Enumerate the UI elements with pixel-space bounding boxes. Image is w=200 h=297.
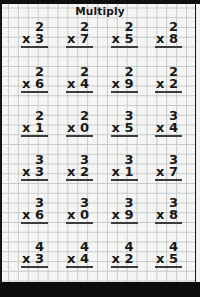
multiply-sign: x: [156, 78, 164, 90]
problem: 4x2: [111, 241, 138, 268]
multiplier: 0: [80, 209, 89, 221]
multiply-sign: x: [112, 122, 120, 134]
multiply-sign: x: [156, 209, 164, 221]
problem: 2x9: [111, 66, 138, 93]
multiply-sign: x: [22, 166, 30, 178]
multiplier: 1: [35, 122, 44, 134]
multiply-sign: x: [67, 209, 75, 221]
multiplier: 5: [124, 33, 133, 45]
multiply-sign: x: [22, 209, 30, 221]
multiplier: 1: [124, 166, 133, 178]
multiplier: 5: [124, 122, 133, 134]
multiply-sign: x: [156, 33, 164, 45]
problem: 4x4: [66, 241, 93, 268]
problem: 2x6: [21, 66, 48, 93]
multiplier: 8: [169, 209, 178, 221]
right-margin-strip: [196, 4, 200, 282]
multiply-sign: x: [156, 122, 164, 134]
multiply-sign: x: [112, 78, 120, 90]
problem: 3x5: [111, 110, 138, 137]
multiply-sign: x: [22, 122, 30, 134]
problem: 2x3: [21, 21, 48, 48]
scan-border-bottom: [0, 282, 200, 297]
page-title: Multiply: [2, 5, 198, 17]
multiply-sign: x: [22, 33, 30, 45]
multiplier: 8: [169, 33, 178, 45]
scan-border-top: [0, 0, 200, 4]
multiplier: 4: [169, 122, 178, 134]
problem: 2x8: [155, 21, 182, 48]
worksheet-page: Multiply 2x32x72x52x82x62x42x92x22x12x03…: [0, 0, 200, 297]
multiply-sign: x: [156, 166, 164, 178]
problem: 3x6: [21, 197, 48, 224]
problem: 4x3: [21, 241, 48, 268]
multiplier: 6: [35, 78, 44, 90]
multiplier: 7: [80, 33, 89, 45]
problem: 3x1: [111, 154, 138, 181]
multiplier: 3: [35, 33, 44, 45]
problem: 3x0: [66, 197, 93, 224]
multiply-sign: x: [67, 253, 75, 265]
multiplier: 5: [169, 253, 178, 265]
problem: 4x5: [155, 241, 182, 268]
multiplier: 3: [35, 253, 44, 265]
problem: 3x4: [155, 110, 182, 137]
problem: 3x3: [21, 154, 48, 181]
multiplier: 4: [80, 78, 89, 90]
problem: 3x8: [155, 197, 182, 224]
problem: 3x7: [155, 154, 182, 181]
multiplier: 3: [35, 166, 44, 178]
multiplier: 6: [35, 209, 44, 221]
multiplier: 0: [80, 122, 89, 134]
multiplier: 2: [80, 166, 89, 178]
multiply-sign: x: [156, 253, 164, 265]
multiplier: 9: [124, 209, 133, 221]
problem: 2x7: [66, 21, 93, 48]
problem: 2x1: [21, 110, 48, 137]
multiply-sign: x: [112, 166, 120, 178]
problem: 2x2: [155, 66, 182, 93]
scan-border-right: [195, 4, 197, 282]
multiply-sign: x: [112, 209, 120, 221]
multiplier: 9: [124, 78, 133, 90]
problem: 2x0: [66, 110, 93, 137]
multiply-sign: x: [67, 122, 75, 134]
problem: 2x4: [66, 66, 93, 93]
problem: 3x9: [111, 197, 138, 224]
problem: 3x2: [66, 154, 93, 181]
multiply-sign: x: [67, 78, 75, 90]
multiply-sign: x: [112, 253, 120, 265]
scan-border-left: [0, 4, 2, 282]
multiplier: 7: [169, 166, 178, 178]
multiplier: 4: [80, 253, 89, 265]
multiplier: 2: [124, 253, 133, 265]
multiply-sign: x: [22, 78, 30, 90]
multiply-sign: x: [22, 253, 30, 265]
multiply-sign: x: [67, 33, 75, 45]
multiplier: 2: [169, 78, 178, 90]
multiply-sign: x: [67, 166, 75, 178]
multiply-sign: x: [112, 33, 120, 45]
problem: 2x5: [111, 21, 138, 48]
